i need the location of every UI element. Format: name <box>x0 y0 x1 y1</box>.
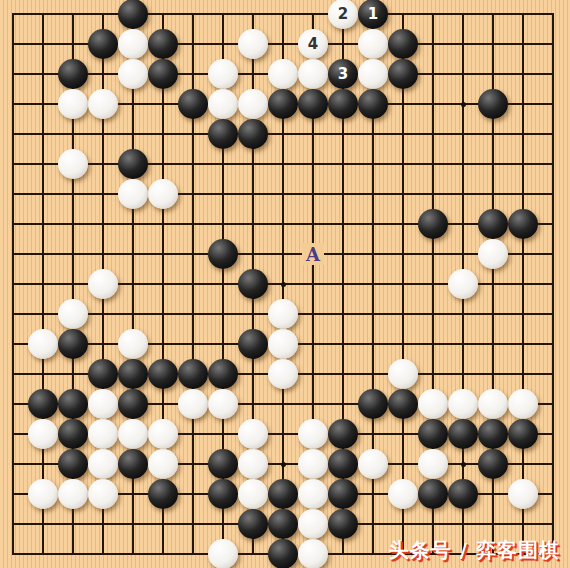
stone-white <box>148 449 178 479</box>
stone-white <box>28 419 58 449</box>
stone-black-move-1: 1 <box>358 0 388 29</box>
stone-white <box>298 419 328 449</box>
stone-white <box>148 419 178 449</box>
stone-white <box>508 389 538 419</box>
stone-white <box>238 29 268 59</box>
stone-white <box>268 299 298 329</box>
stone-black <box>268 539 298 568</box>
stone-white <box>88 269 118 299</box>
stone-white <box>58 89 88 119</box>
stone-black <box>268 509 298 539</box>
stone-white <box>118 329 148 359</box>
stone-white <box>208 539 238 568</box>
stone-black <box>328 509 358 539</box>
stone-white <box>88 389 118 419</box>
stone-white <box>448 389 478 419</box>
stone-white <box>298 509 328 539</box>
stone-black <box>478 209 508 239</box>
stone-white <box>298 539 328 568</box>
stone-white <box>178 389 208 419</box>
stone-black <box>148 29 178 59</box>
stone-black <box>448 479 478 509</box>
star-point <box>281 462 286 467</box>
stone-white <box>208 59 238 89</box>
stone-white <box>118 29 148 59</box>
stone-black <box>418 419 448 449</box>
point-label-A: A <box>302 243 324 265</box>
stone-black <box>28 389 58 419</box>
stone-black <box>88 29 118 59</box>
stone-white <box>478 239 508 269</box>
stone-white <box>118 179 148 209</box>
stone-white <box>268 359 298 389</box>
stone-white <box>298 59 328 89</box>
star-point <box>461 102 466 107</box>
stone-black <box>178 89 208 119</box>
stone-white <box>358 59 388 89</box>
stone-black <box>58 449 88 479</box>
grid-line-vertical <box>522 13 524 555</box>
stone-black <box>298 89 328 119</box>
stone-white <box>88 479 118 509</box>
stone-white <box>88 89 118 119</box>
stone-black <box>208 449 238 479</box>
stone-white <box>58 149 88 179</box>
stone-black <box>388 59 418 89</box>
stone-white <box>208 389 238 419</box>
stone-white <box>58 299 88 329</box>
stone-black <box>328 449 358 479</box>
stone-white <box>88 419 118 449</box>
stone-white <box>238 89 268 119</box>
star-point <box>281 282 286 287</box>
stone-white <box>268 329 298 359</box>
stone-white <box>448 269 478 299</box>
stone-black <box>358 389 388 419</box>
stone-black <box>58 59 88 89</box>
stone-black <box>178 359 208 389</box>
stone-black <box>478 449 508 479</box>
stone-white <box>298 449 328 479</box>
stone-black <box>388 29 418 59</box>
watermark: 头条号 / 弈客围棋 <box>389 537 560 564</box>
stone-white <box>28 479 58 509</box>
grid-line-vertical <box>552 13 554 555</box>
stone-black <box>268 89 298 119</box>
stone-white <box>268 59 298 89</box>
stone-white <box>388 359 418 389</box>
go-board: 2143 A 头条号 / 弈客围棋 <box>0 0 570 568</box>
stone-black <box>58 389 88 419</box>
stone-black-move-3: 3 <box>328 59 358 89</box>
stone-white <box>28 329 58 359</box>
stone-black <box>58 419 88 449</box>
stone-black <box>148 359 178 389</box>
stone-black <box>118 0 148 29</box>
stone-white <box>238 419 268 449</box>
stone-black <box>388 389 418 419</box>
stone-white <box>298 479 328 509</box>
stone-black <box>238 509 268 539</box>
stone-black <box>508 419 538 449</box>
stone-white <box>148 179 178 209</box>
star-point <box>461 462 466 467</box>
grid-line-vertical <box>402 13 404 555</box>
stone-white <box>208 89 238 119</box>
stone-white <box>88 449 118 479</box>
stone-white <box>418 449 448 479</box>
stone-white <box>478 389 508 419</box>
stone-black <box>238 329 268 359</box>
stone-black <box>148 479 178 509</box>
stone-black <box>118 149 148 179</box>
stone-black <box>358 89 388 119</box>
stone-black <box>208 359 238 389</box>
stone-black <box>328 479 358 509</box>
stone-black <box>418 479 448 509</box>
stone-black <box>208 239 238 269</box>
stone-white <box>238 449 268 479</box>
stone-black <box>208 119 238 149</box>
stone-white <box>418 389 448 419</box>
stone-white-move-4: 4 <box>298 29 328 59</box>
stone-black <box>118 449 148 479</box>
stone-white <box>118 419 148 449</box>
stone-black <box>268 479 298 509</box>
stone-black <box>418 209 448 239</box>
stone-white <box>58 479 88 509</box>
stone-black <box>208 479 238 509</box>
stone-black <box>58 329 88 359</box>
stone-black <box>508 209 538 239</box>
stone-black <box>448 419 478 449</box>
stone-black <box>238 119 268 149</box>
stone-black <box>118 389 148 419</box>
stone-black <box>88 359 118 389</box>
stone-white <box>118 59 148 89</box>
stone-white <box>358 29 388 59</box>
stone-white <box>358 449 388 479</box>
stone-white <box>388 479 418 509</box>
stone-black <box>478 89 508 119</box>
stone-black <box>238 269 268 299</box>
stone-black <box>478 419 508 449</box>
stone-white <box>508 479 538 509</box>
stone-black <box>328 89 358 119</box>
stone-white-move-2: 2 <box>328 0 358 29</box>
stone-black <box>148 59 178 89</box>
stone-black <box>328 419 358 449</box>
stone-white <box>238 479 268 509</box>
stone-black <box>118 359 148 389</box>
